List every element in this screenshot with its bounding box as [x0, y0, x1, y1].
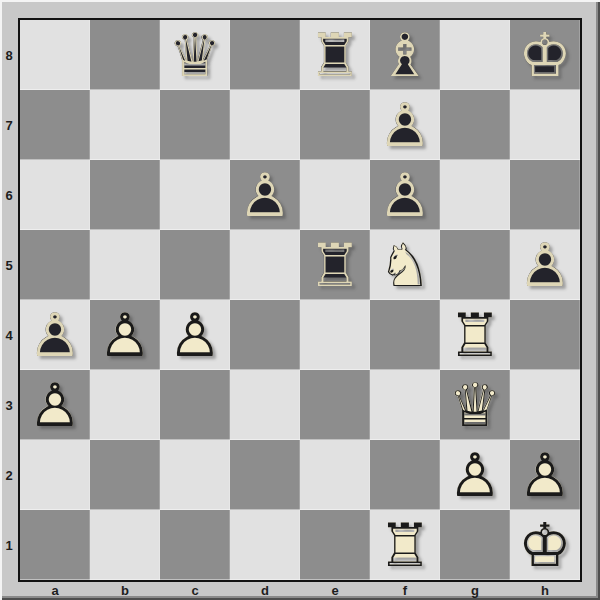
black-pawn-a4[interactable]: ♟♙ [20, 300, 90, 370]
chess-board: ♛♕♜♖♝♗♚♔♟♙♟♙♟♙♜♖♞♘♟♙♟♙♟♙♟♙♜♖♟♙♛♕♟♙♟♙♜♖♚♔ [18, 18, 582, 582]
file-label-e: e [300, 582, 370, 598]
rook-glyph-fill: ♜ [370, 510, 440, 580]
rank-label-1: 1 [0, 510, 18, 580]
black-rook-e5[interactable]: ♜♖ [300, 230, 370, 300]
white-pawn-g2[interactable]: ♟♙ [440, 440, 510, 510]
square-f4[interactable] [370, 300, 440, 370]
square-b3[interactable] [90, 370, 160, 440]
square-b6[interactable] [90, 160, 160, 230]
square-a4[interactable]: ♟♙ [20, 300, 90, 370]
square-f8[interactable]: ♝♗ [370, 20, 440, 90]
square-d7[interactable] [230, 90, 300, 160]
square-g1[interactable] [440, 510, 510, 580]
square-f3[interactable] [370, 370, 440, 440]
pawn-glyph-fill: ♟ [510, 440, 580, 510]
square-f5[interactable]: ♞♘ [370, 230, 440, 300]
square-c6[interactable] [160, 160, 230, 230]
square-e6[interactable] [300, 160, 370, 230]
square-c7[interactable] [160, 90, 230, 160]
pawn-glyph-outline: ♙ [20, 370, 90, 440]
square-h1[interactable]: ♚♔ [510, 510, 580, 580]
rank-label-3: 3 [0, 370, 18, 440]
square-h7[interactable] [510, 90, 580, 160]
file-label-h: h [510, 582, 580, 598]
square-g6[interactable] [440, 160, 510, 230]
square-g8[interactable] [440, 20, 510, 90]
square-d4[interactable] [230, 300, 300, 370]
pawn-glyph-fill: ♟ [230, 160, 300, 230]
square-c2[interactable] [160, 440, 230, 510]
rank-label-4: 4 [0, 300, 18, 370]
pawn-glyph-fill: ♟ [160, 300, 230, 370]
king-glyph-fill: ♚ [510, 20, 580, 90]
square-c5[interactable] [160, 230, 230, 300]
square-h8[interactable]: ♚♔ [510, 20, 580, 90]
rook-glyph-outline: ♖ [300, 20, 370, 90]
file-label-f: f [370, 582, 440, 598]
black-pawn-h5[interactable]: ♟♙ [510, 230, 580, 300]
square-e4[interactable] [300, 300, 370, 370]
square-a2[interactable] [20, 440, 90, 510]
white-pawn-c4[interactable]: ♟♙ [160, 300, 230, 370]
pawn-glyph-outline: ♙ [510, 230, 580, 300]
rook-glyph-outline: ♖ [300, 230, 370, 300]
file-label-b: b [90, 582, 160, 598]
square-e8[interactable]: ♜♖ [300, 20, 370, 90]
pawn-glyph-fill: ♟ [440, 440, 510, 510]
pawn-glyph-outline: ♙ [20, 300, 90, 370]
knight-glyph-outline: ♘ [370, 230, 440, 300]
square-f7[interactable]: ♟♙ [370, 90, 440, 160]
pawn-glyph-outline: ♙ [370, 160, 440, 230]
black-pawn-d6[interactable]: ♟♙ [230, 160, 300, 230]
square-b5[interactable] [90, 230, 160, 300]
rook-glyph-fill: ♜ [300, 230, 370, 300]
square-g7[interactable] [440, 90, 510, 160]
pawn-glyph-outline: ♙ [160, 300, 230, 370]
square-g5[interactable] [440, 230, 510, 300]
square-d5[interactable] [230, 230, 300, 300]
square-d2[interactable] [230, 440, 300, 510]
square-e3[interactable] [300, 370, 370, 440]
rank-label-8: 8 [0, 20, 18, 90]
square-e2[interactable] [300, 440, 370, 510]
square-a8[interactable] [20, 20, 90, 90]
black-rook-e8[interactable]: ♜♖ [300, 20, 370, 90]
rook-glyph-outline: ♖ [370, 510, 440, 580]
pawn-glyph-fill: ♟ [370, 160, 440, 230]
rook-glyph-outline: ♖ [440, 300, 510, 370]
king-glyph-outline: ♔ [510, 20, 580, 90]
black-king-h8[interactable]: ♚♔ [510, 20, 580, 90]
pawn-glyph-outline: ♙ [230, 160, 300, 230]
black-queen-c8[interactable]: ♛♕ [160, 20, 230, 90]
square-e5[interactable]: ♜♖ [300, 230, 370, 300]
rank-label-7: 7 [0, 90, 18, 160]
queen-glyph-outline: ♕ [440, 370, 510, 440]
white-pawn-h2[interactable]: ♟♙ [510, 440, 580, 510]
white-queen-g3[interactable]: ♛♕ [440, 370, 510, 440]
square-a7[interactable] [20, 90, 90, 160]
square-g2[interactable]: ♟♙ [440, 440, 510, 510]
square-h6[interactable] [510, 160, 580, 230]
queen-glyph-fill: ♛ [160, 20, 230, 90]
black-bishop-f8[interactable]: ♝♗ [370, 20, 440, 90]
pawn-glyph-fill: ♟ [20, 370, 90, 440]
pawn-glyph-fill: ♟ [20, 300, 90, 370]
file-label-c: c [160, 582, 230, 598]
square-c8[interactable]: ♛♕ [160, 20, 230, 90]
black-pawn-f7[interactable]: ♟♙ [370, 90, 440, 160]
square-a6[interactable] [20, 160, 90, 230]
pawn-glyph-outline: ♙ [370, 90, 440, 160]
square-d6[interactable]: ♟♙ [230, 160, 300, 230]
square-f2[interactable] [370, 440, 440, 510]
white-pawn-b4[interactable]: ♟♙ [90, 300, 160, 370]
rank-label-6: 6 [0, 160, 18, 230]
king-glyph-outline: ♔ [510, 510, 580, 580]
rook-glyph-fill: ♜ [440, 300, 510, 370]
pawn-glyph-fill: ♟ [90, 300, 160, 370]
square-b7[interactable] [90, 90, 160, 160]
rook-glyph-fill: ♜ [300, 20, 370, 90]
knight-glyph-fill: ♞ [370, 230, 440, 300]
pawn-glyph-fill: ♟ [510, 230, 580, 300]
king-glyph-fill: ♚ [510, 510, 580, 580]
square-h2[interactable]: ♟♙ [510, 440, 580, 510]
square-b4[interactable]: ♟♙ [90, 300, 160, 370]
square-f6[interactable]: ♟♙ [370, 160, 440, 230]
black-pawn-f6[interactable]: ♟♙ [370, 160, 440, 230]
square-b1[interactable] [90, 510, 160, 580]
diagram-frame: ♛♕♜♖♝♗♚♔♟♙♟♙♟♙♜♖♞♘♟♙♟♙♟♙♟♙♜♖♟♙♛♕♟♙♟♙♜♖♚♔… [0, 0, 600, 600]
square-g3[interactable]: ♛♕ [440, 370, 510, 440]
bishop-glyph-outline: ♗ [370, 20, 440, 90]
queen-glyph-outline: ♕ [160, 20, 230, 90]
bishop-glyph-fill: ♝ [370, 20, 440, 90]
square-b2[interactable] [90, 440, 160, 510]
square-h5[interactable]: ♟♙ [510, 230, 580, 300]
white-king-h1[interactable]: ♚♔ [510, 510, 580, 580]
white-pawn-a3[interactable]: ♟♙ [20, 370, 90, 440]
white-rook-g4[interactable]: ♜♖ [440, 300, 510, 370]
square-h3[interactable] [510, 370, 580, 440]
square-e7[interactable] [300, 90, 370, 160]
file-label-d: d [230, 582, 300, 598]
square-b8[interactable] [90, 20, 160, 90]
square-f1[interactable]: ♜♖ [370, 510, 440, 580]
rank-label-5: 5 [0, 230, 18, 300]
white-rook-f1[interactable]: ♜♖ [370, 510, 440, 580]
file-label-a: a [20, 582, 90, 598]
square-a1[interactable] [20, 510, 90, 580]
rank-label-2: 2 [0, 440, 18, 510]
white-knight-f5[interactable]: ♞♘ [370, 230, 440, 300]
square-h4[interactable] [510, 300, 580, 370]
square-c4[interactable]: ♟♙ [160, 300, 230, 370]
pawn-glyph-outline: ♙ [510, 440, 580, 510]
square-d8[interactable] [230, 20, 300, 90]
pawn-glyph-outline: ♙ [440, 440, 510, 510]
square-d3[interactable] [230, 370, 300, 440]
square-a3[interactable]: ♟♙ [20, 370, 90, 440]
file-label-g: g [440, 582, 510, 598]
square-c3[interactable] [160, 370, 230, 440]
square-e1[interactable] [300, 510, 370, 580]
square-g4[interactable]: ♜♖ [440, 300, 510, 370]
queen-glyph-fill: ♛ [440, 370, 510, 440]
square-d1[interactable] [230, 510, 300, 580]
square-a5[interactable] [20, 230, 90, 300]
square-c1[interactable] [160, 510, 230, 580]
pawn-glyph-fill: ♟ [370, 90, 440, 160]
pawn-glyph-outline: ♙ [90, 300, 160, 370]
